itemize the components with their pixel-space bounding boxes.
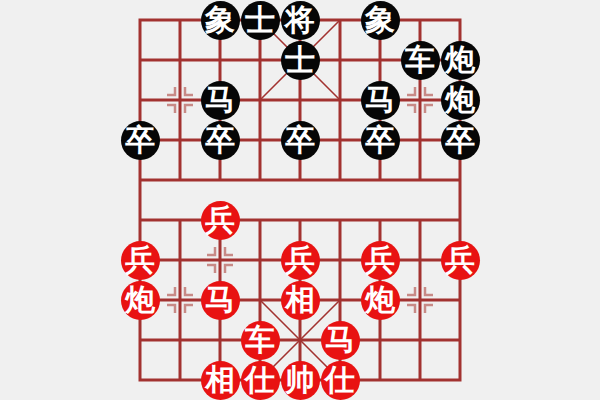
intersection-r9c4[interactable]: 帅 (280, 360, 320, 400)
piece-black-advisor[interactable]: 士 (281, 41, 320, 80)
intersection-r4c6[interactable] (360, 160, 400, 200)
board-grid: 象士将象士车炮马马炮卒卒卒卒卒兵兵兵兵兵炮马相炮车马相仕帅仕 (120, 0, 480, 400)
intersection-r3c2[interactable]: 卒 (200, 120, 240, 160)
intersection-r1c5[interactable] (320, 40, 360, 80)
intersection-r5c1[interactable] (160, 200, 200, 240)
intersection-r6c8[interactable]: 兵 (440, 240, 480, 280)
intersection-r9c7[interactable] (400, 360, 440, 400)
intersection-r4c1[interactable] (160, 160, 200, 200)
piece-red-soldier[interactable]: 兵 (281, 241, 320, 280)
intersection-r7c5[interactable] (320, 280, 360, 320)
piece-red-advisor[interactable]: 仕 (321, 361, 360, 400)
intersection-r5c7[interactable] (400, 200, 440, 240)
intersection-r1c4[interactable]: 士 (280, 40, 320, 80)
intersection-r6c4[interactable]: 兵 (280, 240, 320, 280)
piece-black-soldier[interactable]: 卒 (121, 121, 160, 160)
piece-red-general[interactable]: 帅 (281, 361, 320, 400)
intersection-r2c8[interactable]: 炮 (440, 80, 480, 120)
intersection-r0c8[interactable] (440, 0, 480, 40)
intersection-r9c5[interactable]: 仕 (320, 360, 360, 400)
piece-black-chariot[interactable]: 车 (401, 41, 440, 80)
intersection-r0c2[interactable]: 象 (200, 0, 240, 40)
piece-black-elephant[interactable]: 象 (201, 1, 240, 40)
piece-red-soldier[interactable]: 兵 (441, 241, 480, 280)
intersection-r4c4[interactable] (280, 160, 320, 200)
intersection-r5c4[interactable] (280, 200, 320, 240)
intersection-r3c1[interactable] (160, 120, 200, 160)
piece-black-horse[interactable]: 马 (361, 81, 400, 120)
intersection-r7c2[interactable]: 马 (200, 280, 240, 320)
intersection-r2c6[interactable]: 马 (360, 80, 400, 120)
intersection-r0c4[interactable]: 将 (280, 0, 320, 40)
intersection-r1c7[interactable]: 车 (400, 40, 440, 80)
piece-black-general[interactable]: 将 (281, 1, 320, 40)
intersection-r8c5[interactable]: 马 (320, 320, 360, 360)
intersection-r0c5[interactable] (320, 0, 360, 40)
intersection-r0c7[interactable] (400, 0, 440, 40)
intersection-r1c3[interactable] (240, 40, 280, 80)
intersection-r6c2[interactable] (200, 240, 240, 280)
xiangqi-board: 象士将象士车炮马马炮卒卒卒卒卒兵兵兵兵兵炮马相炮车马相仕帅仕 (0, 0, 600, 400)
intersection-r4c8[interactable] (440, 160, 480, 200)
intersection-r4c5[interactable] (320, 160, 360, 200)
intersection-r3c0[interactable]: 卒 (120, 120, 160, 160)
intersection-r2c7[interactable] (400, 80, 440, 120)
intersection-r2c2[interactable]: 马 (200, 80, 240, 120)
intersection-r6c7[interactable] (400, 240, 440, 280)
intersection-r7c6[interactable]: 炮 (360, 280, 400, 320)
intersection-r0c3[interactable]: 士 (240, 0, 280, 40)
piece-black-cannon[interactable]: 炮 (441, 41, 480, 80)
intersection-r0c1[interactable] (160, 0, 200, 40)
intersection-r8c2[interactable] (200, 320, 240, 360)
intersection-r2c1[interactable] (160, 80, 200, 120)
intersection-r9c1[interactable] (160, 360, 200, 400)
intersection-r8c4[interactable] (280, 320, 320, 360)
piece-black-advisor[interactable]: 士 (241, 1, 280, 40)
intersection-r5c5[interactable] (320, 200, 360, 240)
intersection-r6c1[interactable] (160, 240, 200, 280)
intersection-r5c0[interactable] (120, 200, 160, 240)
piece-black-soldier[interactable]: 卒 (201, 121, 240, 160)
piece-red-elephant[interactable]: 相 (281, 281, 320, 320)
intersection-r4c2[interactable] (200, 160, 240, 200)
intersection-r8c8[interactable] (440, 320, 480, 360)
intersection-r9c0[interactable] (120, 360, 160, 400)
intersection-r0c0[interactable] (120, 0, 160, 40)
intersection-r2c0[interactable] (120, 80, 160, 120)
piece-red-horse[interactable]: 马 (201, 281, 240, 320)
piece-black-soldier[interactable]: 卒 (441, 121, 480, 160)
intersection-r3c4[interactable]: 卒 (280, 120, 320, 160)
intersection-r3c8[interactable]: 卒 (440, 120, 480, 160)
intersection-r7c3[interactable] (240, 280, 280, 320)
piece-black-horse[interactable]: 马 (201, 81, 240, 120)
intersection-r3c7[interactable] (400, 120, 440, 160)
intersection-r9c6[interactable] (360, 360, 400, 400)
intersection-r6c5[interactable] (320, 240, 360, 280)
intersection-r6c3[interactable] (240, 240, 280, 280)
intersection-r1c8[interactable]: 炮 (440, 40, 480, 80)
intersection-r4c7[interactable] (400, 160, 440, 200)
intersection-r9c2[interactable]: 相 (200, 360, 240, 400)
intersection-r5c2[interactable]: 兵 (200, 200, 240, 240)
intersection-r3c5[interactable] (320, 120, 360, 160)
intersection-r9c3[interactable]: 仕 (240, 360, 280, 400)
intersection-r2c4[interactable] (280, 80, 320, 120)
intersection-r7c4[interactable]: 相 (280, 280, 320, 320)
intersection-r8c3[interactable]: 车 (240, 320, 280, 360)
piece-red-chariot[interactable]: 车 (241, 321, 280, 360)
intersection-r8c6[interactable] (360, 320, 400, 360)
intersection-r0c6[interactable]: 象 (360, 0, 400, 40)
intersection-r2c5[interactable] (320, 80, 360, 120)
piece-red-soldier[interactable]: 兵 (361, 241, 400, 280)
piece-red-cannon[interactable]: 炮 (121, 281, 160, 320)
piece-red-soldier[interactable]: 兵 (201, 201, 240, 240)
intersection-r7c0[interactable]: 炮 (120, 280, 160, 320)
piece-black-elephant[interactable]: 象 (361, 1, 400, 40)
intersection-r7c7[interactable] (400, 280, 440, 320)
intersection-r4c0[interactable] (120, 160, 160, 200)
intersection-r7c8[interactable] (440, 280, 480, 320)
piece-black-soldier[interactable]: 卒 (361, 121, 400, 160)
intersection-r9c8[interactable] (440, 360, 480, 400)
intersection-r1c6[interactable] (360, 40, 400, 80)
intersection-r6c6[interactable]: 兵 (360, 240, 400, 280)
piece-black-cannon[interactable]: 炮 (441, 81, 480, 120)
intersection-r8c7[interactable] (400, 320, 440, 360)
intersection-r8c1[interactable] (160, 320, 200, 360)
intersection-r4c3[interactable] (240, 160, 280, 200)
intersection-r1c2[interactable] (200, 40, 240, 80)
intersection-r5c6[interactable] (360, 200, 400, 240)
intersection-r6c0[interactable]: 兵 (120, 240, 160, 280)
intersection-r5c8[interactable] (440, 200, 480, 240)
intersection-r1c1[interactable] (160, 40, 200, 80)
piece-black-soldier[interactable]: 卒 (281, 121, 320, 160)
piece-red-elephant[interactable]: 相 (201, 361, 240, 400)
intersection-r8c0[interactable] (120, 320, 160, 360)
intersection-r3c3[interactable] (240, 120, 280, 160)
intersection-r7c1[interactable] (160, 280, 200, 320)
intersection-r1c0[interactable] (120, 40, 160, 80)
intersection-r2c3[interactable] (240, 80, 280, 120)
piece-red-advisor[interactable]: 仕 (241, 361, 280, 400)
intersection-r5c3[interactable] (240, 200, 280, 240)
piece-red-horse[interactable]: 马 (321, 321, 360, 360)
piece-red-cannon[interactable]: 炮 (361, 281, 400, 320)
piece-red-soldier[interactable]: 兵 (121, 241, 160, 280)
intersection-r3c6[interactable]: 卒 (360, 120, 400, 160)
